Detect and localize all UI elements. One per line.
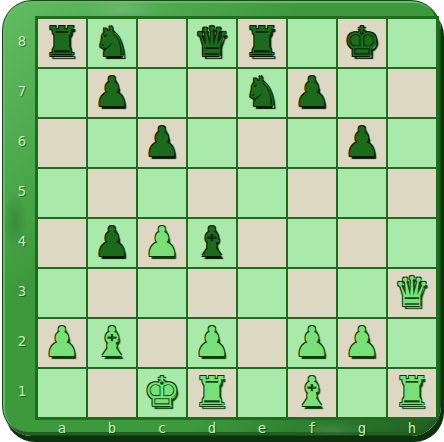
square-c3[interactable]: [137, 268, 187, 318]
square-g8[interactable]: ♚: [337, 18, 387, 68]
square-b3[interactable]: [87, 268, 137, 318]
square-c2[interactable]: [137, 318, 187, 368]
square-c5[interactable]: [137, 168, 187, 218]
black-pawn[interactable]: ♟: [144, 118, 181, 166]
file-label-g: g: [337, 420, 387, 436]
chess-board: ♜♞♛♜♚♟♞♟♟♟♟♟♝♛♟♝♟♟♟♚♜♝♜: [35, 16, 439, 420]
black-knight[interactable]: ♞: [94, 18, 131, 66]
square-g5[interactable]: [337, 168, 387, 218]
square-f4[interactable]: [287, 218, 337, 268]
square-a5[interactable]: [37, 168, 87, 218]
square-f1[interactable]: ♝: [287, 368, 337, 418]
white-rook[interactable]: ♜: [394, 368, 431, 416]
white-pawn[interactable]: ♟: [194, 318, 231, 366]
square-h4[interactable]: [387, 218, 437, 268]
white-bishop[interactable]: ♝: [94, 318, 131, 366]
black-king[interactable]: ♚: [344, 18, 381, 66]
square-d8[interactable]: ♛: [187, 18, 237, 68]
black-pawn[interactable]: ♟: [294, 68, 331, 116]
square-b2[interactable]: ♝: [87, 318, 137, 368]
square-h6[interactable]: [387, 118, 437, 168]
square-b1[interactable]: [87, 368, 137, 418]
square-g6[interactable]: ♟: [337, 118, 387, 168]
rank-label-7: 7: [10, 66, 34, 116]
square-a3[interactable]: [37, 268, 87, 318]
white-queen[interactable]: ♛: [394, 268, 431, 316]
rank-labels: 87654321: [10, 16, 34, 416]
square-c6[interactable]: ♟: [137, 118, 187, 168]
square-c8[interactable]: [137, 18, 187, 68]
square-d3[interactable]: [187, 268, 237, 318]
file-labels: abcdefgh: [37, 420, 437, 436]
square-h2[interactable]: [387, 318, 437, 368]
rank-label-4: 4: [10, 216, 34, 266]
square-e8[interactable]: ♜: [237, 18, 287, 68]
square-b7[interactable]: ♟: [87, 68, 137, 118]
square-a4[interactable]: [37, 218, 87, 268]
white-rook[interactable]: ♜: [194, 368, 231, 416]
white-pawn[interactable]: ♟: [344, 318, 381, 366]
white-bishop[interactable]: ♝: [294, 368, 331, 416]
square-d7[interactable]: [187, 68, 237, 118]
square-g7[interactable]: [337, 68, 387, 118]
square-g3[interactable]: [337, 268, 387, 318]
file-label-e: e: [237, 420, 287, 436]
square-h3[interactable]: ♛: [387, 268, 437, 318]
rank-label-1: 1: [10, 366, 34, 416]
square-a7[interactable]: [37, 68, 87, 118]
rank-label-2: 2: [10, 316, 34, 366]
square-e5[interactable]: [237, 168, 287, 218]
white-king[interactable]: ♚: [144, 368, 181, 416]
square-g2[interactable]: ♟: [337, 318, 387, 368]
square-d4[interactable]: ♝: [187, 218, 237, 268]
square-c1[interactable]: ♚: [137, 368, 187, 418]
square-e3[interactable]: [237, 268, 287, 318]
black-knight[interactable]: ♞: [244, 68, 281, 116]
square-b8[interactable]: ♞: [87, 18, 137, 68]
square-e1[interactable]: [237, 368, 287, 418]
square-f3[interactable]: [287, 268, 337, 318]
square-h8[interactable]: [387, 18, 437, 68]
rank-label-6: 6: [10, 116, 34, 166]
square-a2[interactable]: ♟: [37, 318, 87, 368]
square-c4[interactable]: ♟: [137, 218, 187, 268]
square-b4[interactable]: ♟: [87, 218, 137, 268]
black-pawn[interactable]: ♟: [344, 118, 381, 166]
square-a1[interactable]: [37, 368, 87, 418]
file-label-b: b: [87, 420, 137, 436]
white-pawn[interactable]: ♟: [294, 318, 331, 366]
square-h1[interactable]: ♜: [387, 368, 437, 418]
square-a8[interactable]: ♜: [37, 18, 87, 68]
square-b6[interactable]: [87, 118, 137, 168]
file-label-a: a: [37, 420, 87, 436]
square-f2[interactable]: ♟: [287, 318, 337, 368]
square-e7[interactable]: ♞: [237, 68, 287, 118]
square-c7[interactable]: [137, 68, 187, 118]
square-d2[interactable]: ♟: [187, 318, 237, 368]
square-f6[interactable]: [287, 118, 337, 168]
chess-app-window: 87654321 ♜♞♛♜♚♟♞♟♟♟♟♟♝♛♟♝♟♟♟♚♜♝♜ abcdefg…: [0, 0, 444, 442]
square-g4[interactable]: [337, 218, 387, 268]
black-pawn[interactable]: ♟: [94, 218, 131, 266]
black-queen[interactable]: ♛: [194, 18, 231, 66]
file-label-f: f: [287, 420, 337, 436]
file-label-d: d: [187, 420, 237, 436]
square-f7[interactable]: ♟: [287, 68, 337, 118]
square-d1[interactable]: ♜: [187, 368, 237, 418]
square-f5[interactable]: [287, 168, 337, 218]
black-rook[interactable]: ♜: [244, 18, 281, 66]
file-label-c: c: [137, 420, 187, 436]
white-pawn[interactable]: ♟: [44, 318, 81, 366]
rank-label-5: 5: [10, 166, 34, 216]
square-b5[interactable]: [87, 168, 137, 218]
square-e2[interactable]: [237, 318, 287, 368]
board-frame: 87654321 ♜♞♛♜♚♟♞♟♟♟♟♟♝♛♟♝♟♟♟♚♜♝♜ abcdefg…: [2, 0, 441, 436]
square-g1[interactable]: [337, 368, 387, 418]
rank-label-8: 8: [10, 16, 34, 66]
black-pawn[interactable]: ♟: [94, 68, 131, 116]
square-h7[interactable]: [387, 68, 437, 118]
file-label-h: h: [387, 420, 437, 436]
rank-label-3: 3: [10, 266, 34, 316]
black-rook[interactable]: ♜: [44, 18, 81, 66]
square-f8[interactable]: [287, 18, 337, 68]
square-e4[interactable]: [237, 218, 287, 268]
black-bishop[interactable]: ♝: [194, 218, 231, 266]
square-h5[interactable]: [387, 168, 437, 218]
white-pawn[interactable]: ♟: [144, 218, 181, 266]
square-e6[interactable]: [237, 118, 287, 168]
square-d6[interactable]: [187, 118, 237, 168]
square-a6[interactable]: [37, 118, 87, 168]
square-d5[interactable]: [187, 168, 237, 218]
